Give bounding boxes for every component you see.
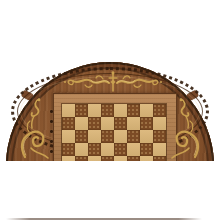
chessboard <box>62 104 166 161</box>
board-square <box>75 130 88 143</box>
top-scrollwork-ornament-icon <box>59 70 167 94</box>
board-square <box>75 104 88 117</box>
board-square <box>101 130 114 143</box>
board-square <box>62 156 75 161</box>
pin-dot <box>50 110 53 113</box>
pin-dot <box>50 120 53 123</box>
board-square <box>114 156 127 161</box>
board-square <box>114 130 127 143</box>
board-square <box>153 156 166 161</box>
board-square <box>62 143 75 156</box>
board-square <box>88 130 101 143</box>
board-square <box>127 104 140 117</box>
right-floral-scroll-icon <box>170 98 202 160</box>
board-square <box>101 143 114 156</box>
bottom-cut-shadow <box>6 218 202 220</box>
board-square <box>88 117 101 130</box>
board-square <box>62 130 75 143</box>
board-square <box>127 130 140 143</box>
board-square <box>62 104 75 117</box>
product-photo <box>0 0 220 220</box>
left-floral-scroll-icon <box>18 98 50 160</box>
board-square <box>127 143 140 156</box>
board-square <box>140 117 153 130</box>
pin-dot <box>50 150 53 153</box>
board-square <box>62 117 75 130</box>
board-square <box>88 143 101 156</box>
board-square <box>140 143 153 156</box>
board-square <box>127 156 140 161</box>
board-square <box>88 156 101 161</box>
board-square <box>114 117 127 130</box>
board-square <box>153 117 166 130</box>
board-square <box>153 130 166 143</box>
board-square <box>101 117 114 130</box>
board-square <box>140 104 153 117</box>
board-square <box>153 143 166 156</box>
board-square <box>140 156 153 161</box>
board-square <box>153 104 166 117</box>
pin-dot <box>50 130 53 133</box>
board-square <box>140 130 153 143</box>
pin-dot <box>50 140 53 143</box>
board-square <box>114 143 127 156</box>
board-square <box>75 143 88 156</box>
board-square <box>101 156 114 161</box>
board-square <box>75 156 88 161</box>
board-square <box>101 104 114 117</box>
board-square <box>75 117 88 130</box>
halfmoon-board <box>6 62 214 161</box>
board-square <box>127 117 140 130</box>
board-square <box>114 104 127 117</box>
board-square <box>88 104 101 117</box>
